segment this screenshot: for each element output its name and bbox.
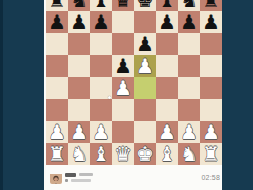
square-b3[interactable] xyxy=(68,99,90,121)
square-g5[interactable] xyxy=(178,55,200,77)
square-f5[interactable] xyxy=(156,55,178,77)
square-g1[interactable]: ♞ xyxy=(178,143,200,165)
square-c2[interactable]: ♟ xyxy=(90,121,112,143)
square-d5[interactable]: ♟ xyxy=(112,55,134,77)
square-h5[interactable] xyxy=(200,55,222,77)
square-h1[interactable]: ♜ xyxy=(200,143,222,165)
piece-white-pawn: ♟ xyxy=(136,55,154,77)
square-h2[interactable]: ♟ xyxy=(200,121,222,143)
square-e1[interactable]: ♚ xyxy=(134,143,156,165)
square-d1[interactable]: ♛ xyxy=(112,143,134,165)
square-h4[interactable] xyxy=(200,77,222,99)
piece-white-pawn: ♟ xyxy=(92,121,110,143)
square-d7[interactable] xyxy=(112,11,134,33)
square-e5[interactable]: ♟ xyxy=(134,55,156,77)
game-card: ♜♞♝♛♚♝♞♜♟♟♟♟♟♟♟♟♟♟♟♟♟♟♟♟♜♞♝♛♚♝♞♜ xyxy=(44,0,222,190)
square-d4[interactable]: ♟ xyxy=(112,77,134,99)
square-f2[interactable]: ♟ xyxy=(156,121,178,143)
player-rating xyxy=(79,173,93,176)
piece-black-queen: ♛ xyxy=(114,0,132,11)
square-c7[interactable]: ♟ xyxy=(90,11,112,33)
player-info xyxy=(65,173,93,182)
piece-white-knight: ♞ xyxy=(70,143,88,165)
piece-black-pawn: ♟ xyxy=(114,55,132,77)
square-a5[interactable] xyxy=(46,55,68,77)
square-a6[interactable] xyxy=(46,33,68,55)
square-f7[interactable]: ♟ xyxy=(156,11,178,33)
square-h6[interactable] xyxy=(200,33,222,55)
player-bar[interactable]: 02:58 xyxy=(44,165,222,190)
square-a1[interactable]: ♜ xyxy=(46,143,68,165)
piece-black-pawn: ♟ xyxy=(136,33,154,55)
square-d8[interactable]: ♛ xyxy=(112,0,134,11)
square-c3[interactable] xyxy=(90,99,112,121)
square-d3[interactable] xyxy=(112,99,134,121)
piece-white-queen: ♛ xyxy=(114,143,132,165)
piece-white-rook: ♜ xyxy=(202,143,220,165)
piece-black-pawn: ♟ xyxy=(48,11,66,33)
piece-black-pawn: ♟ xyxy=(202,11,220,33)
person-photo-icon xyxy=(50,174,62,184)
piece-black-pawn: ♟ xyxy=(92,11,110,33)
square-a2[interactable]: ♟ xyxy=(46,121,68,143)
piece-black-king: ♚ xyxy=(136,0,154,11)
square-h3[interactable] xyxy=(200,99,222,121)
square-f3[interactable] xyxy=(156,99,178,121)
piece-white-pawn: ♟ xyxy=(158,121,176,143)
square-f6[interactable] xyxy=(156,33,178,55)
piece-white-king: ♚ xyxy=(136,143,154,165)
piece-white-bishop: ♝ xyxy=(158,143,176,165)
square-a7[interactable]: ♟ xyxy=(46,11,68,33)
square-c1[interactable]: ♝ xyxy=(90,143,112,165)
left-edge-strip xyxy=(0,0,3,190)
player-username xyxy=(65,173,76,177)
square-g6[interactable] xyxy=(178,33,200,55)
player-subtitle xyxy=(71,179,91,182)
square-b5[interactable] xyxy=(68,55,90,77)
square-e2[interactable] xyxy=(134,121,156,143)
square-g3[interactable] xyxy=(178,99,200,121)
piece-white-bishop: ♝ xyxy=(92,143,110,165)
square-b1[interactable]: ♞ xyxy=(68,143,90,165)
square-c5[interactable] xyxy=(90,55,112,77)
square-b4[interactable] xyxy=(68,77,90,99)
square-a3[interactable] xyxy=(46,99,68,121)
piece-black-pawn: ♟ xyxy=(158,11,176,33)
square-g2[interactable]: ♟ xyxy=(178,121,200,143)
app-background: ♜♞♝♛♚♝♞♜♟♟♟♟♟♟♟♟♟♟♟♟♟♟♟♟♜♞♝♛♚♝♞♜ xyxy=(0,0,253,190)
piece-white-pawn: ♟ xyxy=(48,121,66,143)
square-g7[interactable]: ♟ xyxy=(178,11,200,33)
square-a4[interactable] xyxy=(46,77,68,99)
square-f4[interactable] xyxy=(156,77,178,99)
square-g4[interactable] xyxy=(178,77,200,99)
player-clock: 02:58 xyxy=(201,165,220,190)
square-f1[interactable]: ♝ xyxy=(156,143,178,165)
piece-white-pawn: ♟ xyxy=(202,121,220,143)
square-e4[interactable] xyxy=(134,77,156,99)
piece-white-pawn: ♟ xyxy=(114,77,132,99)
chess-board[interactable]: ♜♞♝♛♚♝♞♜♟♟♟♟♟♟♟♟♟♟♟♟♟♟♟♟♜♞♝♛♚♝♞♜ xyxy=(46,0,222,165)
square-b2[interactable]: ♟ xyxy=(68,121,90,143)
square-b7[interactable]: ♟ xyxy=(68,11,90,33)
piece-white-pawn: ♟ xyxy=(70,121,88,143)
square-e8[interactable]: ♚ xyxy=(134,0,156,11)
piece-black-pawn: ♟ xyxy=(180,11,198,33)
square-d6[interactable] xyxy=(112,33,134,55)
square-h7[interactable]: ♟ xyxy=(200,11,222,33)
piece-white-knight: ♞ xyxy=(180,143,198,165)
player-avatar[interactable] xyxy=(50,172,62,184)
square-e3[interactable] xyxy=(134,99,156,121)
piece-white-rook: ♜ xyxy=(48,143,66,165)
piece-black-pawn: ♟ xyxy=(70,11,88,33)
square-e7[interactable] xyxy=(134,11,156,33)
cursor-dot xyxy=(108,96,111,99)
piece-white-pawn: ♟ xyxy=(180,121,198,143)
square-c6[interactable] xyxy=(90,33,112,55)
square-e6[interactable]: ♟ xyxy=(134,33,156,55)
square-d2[interactable] xyxy=(112,121,134,143)
square-b6[interactable] xyxy=(68,33,90,55)
player-flag-icon xyxy=(65,179,68,182)
